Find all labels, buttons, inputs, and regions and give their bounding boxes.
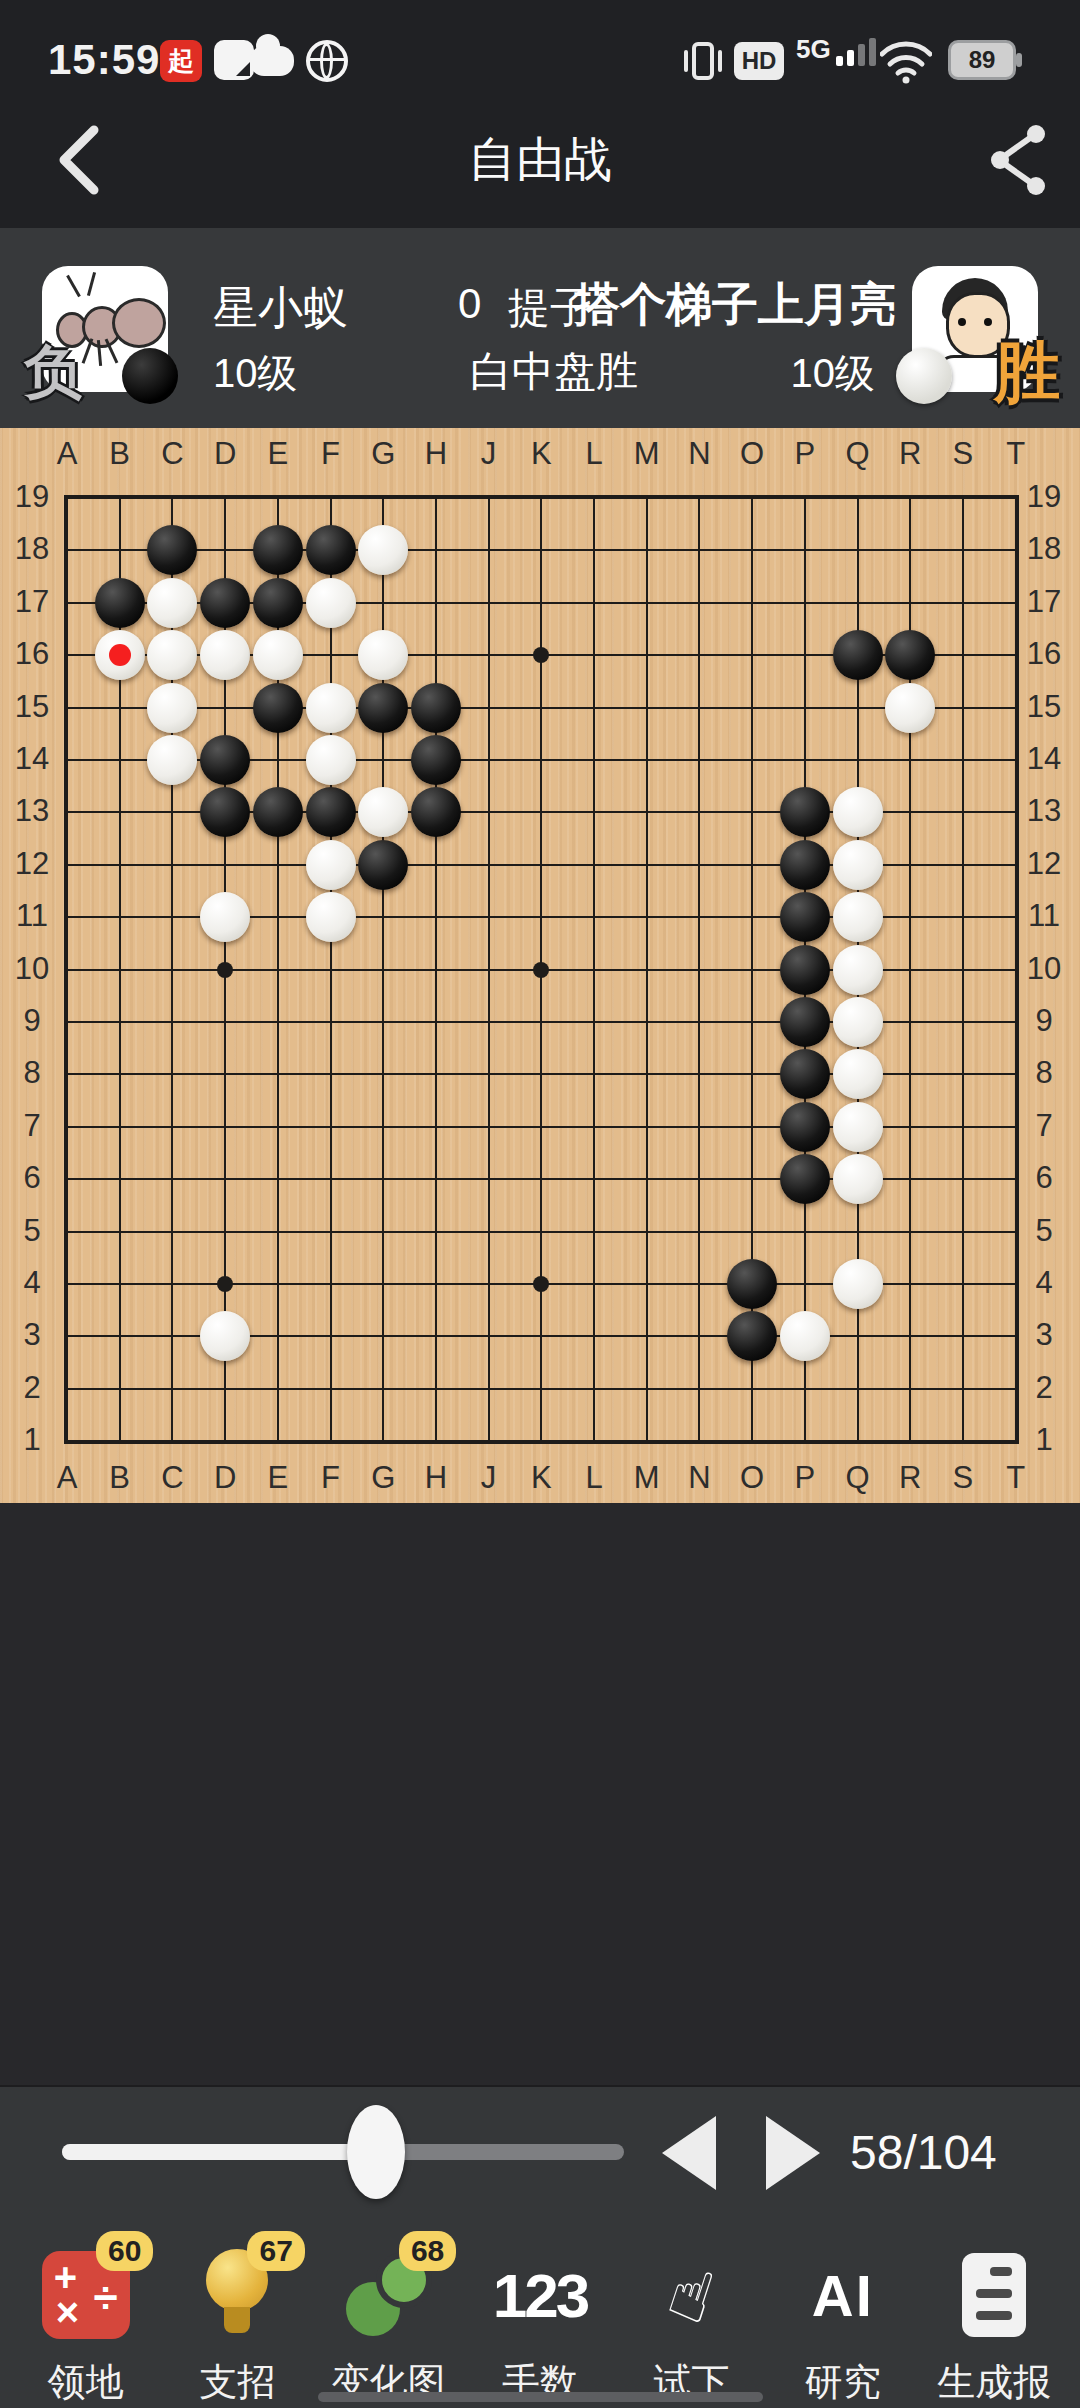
coord-label-top: R xyxy=(884,436,936,472)
coord-label-top: D xyxy=(199,436,251,472)
coord-label-bottom: T xyxy=(990,1460,1042,1496)
slider-fill xyxy=(62,2144,376,2160)
stone-white-Q9 xyxy=(833,997,883,1047)
stone-black-G15 xyxy=(358,683,408,733)
lose-badge: 负 xyxy=(24,334,82,412)
stone-white-E16 xyxy=(253,630,303,680)
coord-label-bottom: B xyxy=(94,1460,146,1496)
move-numbers-icon: 123 xyxy=(493,2260,587,2331)
coord-label-right: 14 xyxy=(1016,741,1072,777)
stone-white-Q12 xyxy=(833,840,883,890)
coord-label-top: A xyxy=(41,436,93,472)
toolbar-button-move-numbers[interactable]: 123 手数 xyxy=(464,2247,615,2408)
status-time: 15:59 xyxy=(48,36,160,84)
toolbar-button-territory[interactable]: + × ÷ 60 领地 xyxy=(10,2247,161,2408)
coord-label-right: 17 xyxy=(1016,584,1072,620)
go-board[interactable]: AABBCCDDEEFFGGHHJJKKLLMMNNOOPPQQRRSSTT19… xyxy=(0,428,1080,1503)
coord-label-left: 7 xyxy=(4,1108,60,1144)
stone-black-P7 xyxy=(780,1102,830,1152)
black-player-avatar[interactable]: 负 xyxy=(42,266,168,392)
chat-notification-icon xyxy=(214,40,254,80)
coord-label-right: 2 xyxy=(1016,1370,1072,1406)
stone-white-C17 xyxy=(147,578,197,628)
toolbar-label: 领地 xyxy=(10,2357,161,2408)
signal-bar-3 xyxy=(858,44,865,66)
empty-area xyxy=(0,1503,1080,2085)
coord-label-bottom: S xyxy=(937,1460,989,1496)
coord-label-top: B xyxy=(94,436,146,472)
black-player-name: 星小蚁 xyxy=(213,278,348,338)
coord-label-right: 5 xyxy=(1016,1213,1072,1249)
stone-white-Q6 xyxy=(833,1154,883,1204)
hd-voice-icon: HD xyxy=(734,42,784,80)
coord-label-top: C xyxy=(146,436,198,472)
toolbar-label: 研究 xyxy=(767,2357,918,2408)
stone-white-R15 xyxy=(885,683,935,733)
coord-label-bottom: M xyxy=(621,1460,673,1496)
white-player-name: 搭个梯子上月亮 xyxy=(574,274,896,336)
coord-label-bottom: D xyxy=(199,1460,251,1496)
coord-label-top: F xyxy=(305,436,357,472)
vibrate-mode-icon xyxy=(692,42,714,80)
toolbar-label: 支招 xyxy=(161,2357,312,2408)
coord-label-left: 11 xyxy=(4,898,60,934)
move-slider[interactable] xyxy=(62,2144,624,2160)
coord-label-left: 17 xyxy=(4,584,60,620)
stone-white-F15 xyxy=(306,683,356,733)
toolbar-button-report[interactable]: 生成报告 xyxy=(919,2247,1070,2408)
stone-white-D11 xyxy=(200,892,250,942)
coord-label-right: 12 xyxy=(1016,846,1072,882)
stone-black-B17 xyxy=(95,578,145,628)
coord-label-left: 18 xyxy=(4,531,60,567)
stone-white-F14 xyxy=(306,735,356,785)
coord-label-top: H xyxy=(410,436,462,472)
coord-label-bottom: K xyxy=(515,1460,567,1496)
report-icon xyxy=(962,2253,1026,2337)
stone-black-E13 xyxy=(253,787,303,837)
stone-black-P12 xyxy=(780,840,830,890)
ant-abdomen xyxy=(112,298,166,348)
stone-black-Q16 xyxy=(833,630,883,680)
stone-white-D16 xyxy=(200,630,250,680)
stone-black-P8 xyxy=(780,1049,830,1099)
nav-bar: 自由战 xyxy=(0,90,1080,228)
stone-white-C15 xyxy=(147,683,197,733)
variation-badge: 68 xyxy=(399,2231,456,2271)
last-move-marker-B16 xyxy=(109,644,131,666)
stone-white-Q13 xyxy=(833,787,883,837)
coord-label-left: 19 xyxy=(4,479,60,515)
stone-black-P6 xyxy=(780,1154,830,1204)
coord-label-right: 7 xyxy=(1016,1108,1072,1144)
coord-label-left: 14 xyxy=(4,741,60,777)
coord-label-right: 3 xyxy=(1016,1317,1072,1353)
player-info-bar: 负 星小蚁 10级 0 提子 搭个梯子上月亮 白中盘胜 10级 胜 xyxy=(0,228,1080,428)
stone-white-Q7 xyxy=(833,1102,883,1152)
coord-label-left: 1 xyxy=(4,1422,60,1458)
home-indicator[interactable] xyxy=(318,2392,763,2402)
coord-label-right: 15 xyxy=(1016,689,1072,725)
stone-black-P11 xyxy=(780,892,830,942)
network-5g-icon: 5G xyxy=(796,34,831,65)
captures-count: 0 xyxy=(458,280,481,328)
coord-label-top: N xyxy=(673,436,725,472)
coord-label-top: K xyxy=(515,436,567,472)
stone-black-E18 xyxy=(253,525,303,575)
coord-label-bottom: R xyxy=(884,1460,936,1496)
coord-label-bottom: Q xyxy=(832,1460,884,1496)
coord-label-top: L xyxy=(568,436,620,472)
toolbar-button-try-move[interactable]: ☝ 试下 xyxy=(616,2247,767,2408)
white-stone-indicator xyxy=(896,348,952,404)
stone-black-P13 xyxy=(780,787,830,837)
signal-bar-1 xyxy=(836,56,843,66)
coord-label-bottom: L xyxy=(568,1460,620,1496)
stone-white-F17 xyxy=(306,578,356,628)
stone-white-F12 xyxy=(306,840,356,890)
stone-black-P10 xyxy=(780,945,830,995)
stone-white-Q10 xyxy=(833,945,883,995)
coord-label-bottom: A xyxy=(41,1460,93,1496)
coord-label-right: 9 xyxy=(1016,1003,1072,1039)
coord-label-right: 4 xyxy=(1016,1265,1072,1301)
coord-label-left: 2 xyxy=(4,1370,60,1406)
stone-black-D14 xyxy=(200,735,250,785)
globe-notification-icon xyxy=(306,40,348,82)
coord-label-right: 10 xyxy=(1016,951,1072,987)
page-title: 自由战 xyxy=(0,128,1080,192)
white-player-avatar[interactable]: 胜 xyxy=(912,266,1038,392)
screen: 15:59 起 HD 5G 89 自由战 xyxy=(0,0,1080,2408)
coord-label-right: 13 xyxy=(1016,793,1072,829)
coord-label-bottom: H xyxy=(410,1460,462,1496)
hint-badge: 67 xyxy=(247,2231,304,2271)
toolbar-button-variation[interactable]: 68 变化图 xyxy=(313,2247,464,2408)
star-point-K10 xyxy=(533,962,549,978)
next-move-button[interactable] xyxy=(766,2116,820,2190)
coord-label-left: 12 xyxy=(4,846,60,882)
coord-label-bottom: P xyxy=(779,1460,831,1496)
coord-label-bottom: C xyxy=(146,1460,198,1496)
stone-black-O4 xyxy=(727,1259,777,1309)
signal-bar-4 xyxy=(869,38,876,66)
coord-label-top: T xyxy=(990,436,1042,472)
star-point-D10 xyxy=(217,962,233,978)
coord-label-left: 13 xyxy=(4,793,60,829)
coord-label-right: 6 xyxy=(1016,1160,1072,1196)
black-player-rank: 10级 xyxy=(213,346,298,401)
coord-label-bottom: J xyxy=(463,1460,515,1496)
coord-label-top: P xyxy=(779,436,831,472)
stone-black-E15 xyxy=(253,683,303,733)
move-counter: 58/104 xyxy=(850,2125,1050,2180)
slider-thumb[interactable] xyxy=(347,2105,405,2199)
coord-label-top: Q xyxy=(832,436,884,472)
coord-label-right: 11 xyxy=(1016,898,1072,934)
coord-label-left: 4 xyxy=(4,1265,60,1301)
coord-label-left: 15 xyxy=(4,689,60,725)
stone-black-F18 xyxy=(306,525,356,575)
try-move-hand-icon: ☝ xyxy=(658,2249,724,2340)
bottom-toolbar: + × ÷ 60 领地 67 支招 xyxy=(10,2247,1070,2408)
territory-badge: 60 xyxy=(96,2231,153,2271)
coord-label-top: G xyxy=(357,436,409,472)
coord-label-right: 8 xyxy=(1016,1055,1072,1091)
signal-bar-2 xyxy=(847,50,854,66)
coord-label-left: 16 xyxy=(4,636,60,672)
stone-black-P9 xyxy=(780,997,830,1047)
battery-icon: 89 xyxy=(948,40,1016,80)
stone-black-G12 xyxy=(358,840,408,890)
coord-label-top: O xyxy=(726,436,778,472)
coord-label-bottom: E xyxy=(252,1460,304,1496)
stone-black-H15 xyxy=(411,683,461,733)
stone-white-Q11 xyxy=(833,892,883,942)
cloud-notification-icon xyxy=(250,46,294,76)
coord-label-top: M xyxy=(621,436,673,472)
coord-label-top: S xyxy=(937,436,989,472)
stone-white-P3 xyxy=(780,1311,830,1361)
stone-black-H14 xyxy=(411,735,461,785)
coord-label-left: 9 xyxy=(4,1003,60,1039)
coord-label-right: 16 xyxy=(1016,636,1072,672)
coord-label-left: 6 xyxy=(4,1160,60,1196)
coord-label-top: J xyxy=(463,436,515,472)
white-player-rank: 10级 xyxy=(790,346,875,401)
stone-black-F13 xyxy=(306,787,356,837)
qidian-app-icon: 起 xyxy=(160,40,202,82)
stone-black-H13 xyxy=(411,787,461,837)
stone-black-D17 xyxy=(200,578,250,628)
star-point-D4 xyxy=(217,1276,233,1292)
coord-label-right: 18 xyxy=(1016,531,1072,567)
coord-label-top: E xyxy=(252,436,304,472)
coord-label-bottom: G xyxy=(357,1460,409,1496)
toolbar-label: 生成报告 xyxy=(919,2357,1070,2408)
coord-label-left: 3 xyxy=(4,1317,60,1353)
toolbar-button-ai-research[interactable]: AI 研究 xyxy=(767,2247,918,2408)
stone-white-F11 xyxy=(306,892,356,942)
stone-white-Q4 xyxy=(833,1259,883,1309)
coord-label-right: 1 xyxy=(1016,1422,1072,1458)
coord-label-bottom: N xyxy=(673,1460,725,1496)
toolbar-button-hint[interactable]: 67 支招 xyxy=(161,2247,312,2408)
coord-label-bottom: O xyxy=(726,1460,778,1496)
coord-label-bottom: F xyxy=(305,1460,357,1496)
black-stone-indicator xyxy=(122,348,178,404)
status-bar: 15:59 起 HD 5G 89 xyxy=(0,0,1080,90)
ai-research-icon: AI xyxy=(812,2262,874,2329)
share-button[interactable] xyxy=(984,122,1054,198)
coord-label-right: 19 xyxy=(1016,479,1072,515)
previous-move-button[interactable] xyxy=(662,2116,716,2190)
coord-label-left: 10 xyxy=(4,951,60,987)
stone-black-E17 xyxy=(253,578,303,628)
coord-label-left: 8 xyxy=(4,1055,60,1091)
win-badge: 胜 xyxy=(994,328,1060,418)
stone-white-Q8 xyxy=(833,1049,883,1099)
wifi-icon xyxy=(880,40,932,84)
control-panel: 58/104 + × ÷ 60 领地 67 xyxy=(0,2085,1080,2408)
game-result: 白中盘胜 xyxy=(470,344,638,400)
coord-label-left: 5 xyxy=(4,1213,60,1249)
